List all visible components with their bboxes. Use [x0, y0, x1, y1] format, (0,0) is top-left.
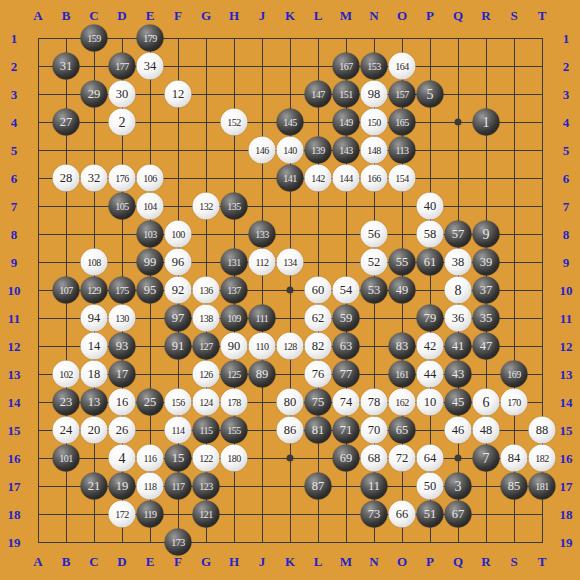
- stone-black-M2: 167: [333, 53, 360, 80]
- stone-black-E9: 99: [137, 249, 164, 276]
- col-label-top-A: A: [33, 9, 42, 22]
- stone-black-H15: 155: [221, 417, 248, 444]
- row-label-left-2: 2: [11, 60, 18, 73]
- stone-black-M16: 69: [333, 445, 360, 472]
- stone-black-G15: 115: [193, 417, 220, 444]
- stone-white-N14: 78: [361, 389, 388, 416]
- stone-black-H10: 137: [221, 277, 248, 304]
- stone-white-P7: 40: [417, 193, 444, 220]
- stone-white-P17: 50: [417, 473, 444, 500]
- stone-black-B10: 107: [53, 277, 80, 304]
- stone-white-B6: 28: [53, 165, 80, 192]
- stone-white-E17: 118: [137, 473, 164, 500]
- stone-black-R8: 9: [473, 221, 500, 248]
- stone-white-S16: 84: [501, 445, 528, 472]
- col-label-bottom-C: C: [89, 555, 98, 568]
- col-label-top-S: S: [510, 9, 517, 22]
- stone-black-N2: 153: [361, 53, 388, 80]
- stone-black-O9: 55: [389, 249, 416, 276]
- stone-white-E6: 106: [137, 165, 164, 192]
- col-label-top-D: D: [117, 9, 126, 22]
- stone-white-N15: 70: [361, 417, 388, 444]
- col-label-bottom-Q: Q: [453, 555, 463, 568]
- row-label-right-15: 15: [560, 424, 573, 437]
- stone-black-H13: 125: [221, 361, 248, 388]
- stone-white-L13: 76: [305, 361, 332, 388]
- stone-white-T15: 88: [529, 417, 556, 444]
- stone-black-F17: 117: [165, 473, 192, 500]
- col-label-top-Q: Q: [453, 9, 463, 22]
- row-label-left-18: 18: [8, 508, 21, 521]
- stone-black-C10: 129: [81, 277, 108, 304]
- stone-white-R15: 48: [473, 417, 500, 444]
- col-label-top-B: B: [62, 9, 71, 22]
- stone-black-B2: 31: [53, 53, 80, 80]
- stone-white-O16: 72: [389, 445, 416, 472]
- stone-white-D18: 172: [109, 501, 136, 528]
- stone-black-O13: 161: [389, 361, 416, 388]
- stone-black-S17: 85: [501, 473, 528, 500]
- stone-black-D2: 177: [109, 53, 136, 80]
- stone-white-C11: 94: [81, 305, 108, 332]
- col-label-bottom-H: H: [229, 555, 239, 568]
- col-label-bottom-K: K: [285, 555, 295, 568]
- stone-black-P3: 5: [417, 81, 444, 108]
- stone-black-L5: 139: [305, 137, 332, 164]
- row-label-right-18: 18: [560, 508, 573, 521]
- stone-black-G17: 123: [193, 473, 220, 500]
- col-label-top-R: R: [481, 9, 490, 22]
- stone-black-H9: 131: [221, 249, 248, 276]
- col-label-top-M: M: [340, 9, 352, 22]
- row-label-right-8: 8: [563, 228, 570, 241]
- stone-black-B4: 27: [53, 109, 80, 136]
- stone-black-B14: 23: [53, 389, 80, 416]
- row-label-left-3: 3: [11, 88, 18, 101]
- stone-black-D10: 175: [109, 277, 136, 304]
- row-label-right-10: 10: [560, 284, 573, 297]
- col-label-bottom-A: A: [33, 555, 42, 568]
- row-label-right-3: 3: [563, 88, 570, 101]
- star-point-Q16: [455, 455, 462, 462]
- col-label-top-H: H: [229, 9, 239, 22]
- stone-white-N9: 52: [361, 249, 388, 276]
- col-label-top-J: J: [259, 9, 266, 22]
- star-point-Q4: [455, 119, 462, 126]
- stone-white-N4: 150: [361, 109, 388, 136]
- row-label-left-4: 4: [11, 116, 18, 129]
- stone-white-O14: 162: [389, 389, 416, 416]
- stone-black-M4: 149: [333, 109, 360, 136]
- stone-black-N10: 53: [361, 277, 388, 304]
- col-label-bottom-L: L: [314, 555, 323, 568]
- stone-white-G11: 138: [193, 305, 220, 332]
- stone-white-D6: 176: [109, 165, 136, 192]
- row-label-left-13: 13: [8, 368, 21, 381]
- stone-white-P16: 64: [417, 445, 444, 472]
- row-label-left-8: 8: [11, 228, 18, 241]
- stone-black-L17: 87: [305, 473, 332, 500]
- stone-white-R14: 6: [473, 389, 500, 416]
- stone-white-L6: 142: [305, 165, 332, 192]
- col-label-bottom-N: N: [369, 555, 378, 568]
- stone-white-Q11: 36: [445, 305, 472, 332]
- stone-black-N17: 11: [361, 473, 388, 500]
- stone-white-D4: 2: [109, 109, 136, 136]
- stone-white-C9: 108: [81, 249, 108, 276]
- stone-white-H16: 180: [221, 445, 248, 472]
- stone-white-K5: 140: [277, 137, 304, 164]
- row-label-left-17: 17: [8, 480, 21, 493]
- stone-black-D17: 19: [109, 473, 136, 500]
- col-label-top-P: P: [426, 9, 434, 22]
- stone-black-F11: 97: [165, 305, 192, 332]
- stone-white-F9: 96: [165, 249, 192, 276]
- stone-white-B15: 24: [53, 417, 80, 444]
- stone-black-R4: 1: [473, 109, 500, 136]
- stone-white-F15: 114: [165, 417, 192, 444]
- stone-black-R12: 47: [473, 333, 500, 360]
- stone-white-N5: 148: [361, 137, 388, 164]
- row-label-right-12: 12: [560, 340, 573, 353]
- col-label-top-K: K: [285, 9, 295, 22]
- col-label-top-O: O: [397, 9, 407, 22]
- stone-white-Q15: 46: [445, 417, 472, 444]
- stone-black-G12: 127: [193, 333, 220, 360]
- stone-black-Q18: 67: [445, 501, 472, 528]
- col-label-top-L: L: [314, 9, 323, 22]
- col-label-top-T: T: [538, 9, 547, 22]
- row-label-right-6: 6: [563, 172, 570, 185]
- stone-black-O4: 165: [389, 109, 416, 136]
- stone-black-F16: 15: [165, 445, 192, 472]
- row-label-right-7: 7: [563, 200, 570, 213]
- col-label-bottom-P: P: [426, 555, 434, 568]
- col-label-bottom-M: M: [340, 555, 352, 568]
- stone-black-M15: 71: [333, 417, 360, 444]
- stone-white-O2: 164: [389, 53, 416, 80]
- stone-white-P12: 42: [417, 333, 444, 360]
- stone-white-F10: 92: [165, 277, 192, 304]
- stone-black-R9: 39: [473, 249, 500, 276]
- stone-black-E8: 103: [137, 221, 164, 248]
- stone-white-N8: 56: [361, 221, 388, 248]
- stone-white-G14: 124: [193, 389, 220, 416]
- stone-black-E1: 179: [137, 25, 164, 52]
- stone-white-S14: 170: [501, 389, 528, 416]
- stone-black-F19: 173: [165, 529, 192, 556]
- row-label-right-1: 1: [563, 32, 570, 45]
- stone-white-P8: 58: [417, 221, 444, 248]
- stone-black-B16: 101: [53, 445, 80, 472]
- row-label-left-6: 6: [11, 172, 18, 185]
- row-label-left-7: 7: [11, 200, 18, 213]
- stone-black-C14: 13: [81, 389, 108, 416]
- row-label-left-1: 1: [11, 32, 18, 45]
- col-label-bottom-D: D: [117, 555, 126, 568]
- stone-black-O3: 157: [389, 81, 416, 108]
- stone-white-C15: 20: [81, 417, 108, 444]
- stone-white-B13: 102: [53, 361, 80, 388]
- stone-white-E7: 104: [137, 193, 164, 220]
- col-label-bottom-F: F: [174, 555, 182, 568]
- stone-black-O5: 113: [389, 137, 416, 164]
- stone-black-C17: 21: [81, 473, 108, 500]
- row-label-left-16: 16: [8, 452, 21, 465]
- stone-black-M13: 77: [333, 361, 360, 388]
- stone-black-D7: 105: [109, 193, 136, 220]
- stone-black-G18: 121: [193, 501, 220, 528]
- col-label-top-F: F: [174, 9, 182, 22]
- stone-black-M5: 143: [333, 137, 360, 164]
- stone-white-J9: 112: [249, 249, 276, 276]
- row-label-right-14: 14: [560, 396, 573, 409]
- row-label-right-17: 17: [560, 480, 573, 493]
- stone-white-G16: 122: [193, 445, 220, 472]
- stone-white-L12: 82: [305, 333, 332, 360]
- stone-black-K4: 145: [277, 109, 304, 136]
- row-label-right-13: 13: [560, 368, 573, 381]
- row-label-left-5: 5: [11, 144, 18, 157]
- stone-black-E18: 119: [137, 501, 164, 528]
- stone-white-Q10: 8: [445, 277, 472, 304]
- stone-white-K15: 86: [277, 417, 304, 444]
- stone-black-L14: 75: [305, 389, 332, 416]
- col-label-bottom-S: S: [510, 555, 517, 568]
- stone-white-G13: 126: [193, 361, 220, 388]
- stone-white-M10: 54: [333, 277, 360, 304]
- stone-white-H4: 152: [221, 109, 248, 136]
- col-label-bottom-R: R: [481, 555, 490, 568]
- stone-white-O6: 154: [389, 165, 416, 192]
- stone-black-O12: 83: [389, 333, 416, 360]
- stone-black-J13: 89: [249, 361, 276, 388]
- col-label-bottom-T: T: [538, 555, 547, 568]
- row-label-right-4: 4: [563, 116, 570, 129]
- stone-white-M6: 144: [333, 165, 360, 192]
- stone-black-C1: 159: [81, 25, 108, 52]
- stone-white-C13: 18: [81, 361, 108, 388]
- col-label-top-C: C: [89, 9, 98, 22]
- stone-white-D11: 130: [109, 305, 136, 332]
- stone-black-M3: 151: [333, 81, 360, 108]
- stone-white-M14: 74: [333, 389, 360, 416]
- stone-white-P14: 10: [417, 389, 444, 416]
- stone-white-Q9: 38: [445, 249, 472, 276]
- stone-white-J5: 146: [249, 137, 276, 164]
- row-label-left-10: 10: [8, 284, 21, 297]
- stone-white-O18: 66: [389, 501, 416, 528]
- stone-white-E2: 34: [137, 53, 164, 80]
- stone-black-O10: 49: [389, 277, 416, 304]
- stone-white-G10: 136: [193, 277, 220, 304]
- stone-black-Q14: 45: [445, 389, 472, 416]
- stone-black-S13: 169: [501, 361, 528, 388]
- stone-black-Q13: 43: [445, 361, 472, 388]
- col-label-bottom-B: B: [62, 555, 71, 568]
- stone-black-N18: 73: [361, 501, 388, 528]
- row-label-left-11: 11: [8, 312, 20, 325]
- stone-white-N3: 98: [361, 81, 388, 108]
- stone-black-P11: 79: [417, 305, 444, 332]
- stone-black-Q12: 41: [445, 333, 472, 360]
- stone-black-E10: 95: [137, 277, 164, 304]
- stone-black-F12: 91: [165, 333, 192, 360]
- stone-black-P18: 51: [417, 501, 444, 528]
- stone-black-R16: 7: [473, 445, 500, 472]
- col-label-top-G: G: [201, 9, 211, 22]
- stone-white-D14: 16: [109, 389, 136, 416]
- stone-white-J12: 110: [249, 333, 276, 360]
- stone-black-K6: 141: [277, 165, 304, 192]
- stone-black-C3: 29: [81, 81, 108, 108]
- stone-white-D16: 4: [109, 445, 136, 472]
- stone-white-F3: 12: [165, 81, 192, 108]
- stone-white-C12: 14: [81, 333, 108, 360]
- row-label-left-15: 15: [8, 424, 21, 437]
- stone-white-L11: 62: [305, 305, 332, 332]
- row-label-right-9: 9: [563, 256, 570, 269]
- stone-white-C6: 32: [81, 165, 108, 192]
- stone-white-P13: 44: [417, 361, 444, 388]
- col-label-top-N: N: [369, 9, 378, 22]
- stone-white-K12: 128: [277, 333, 304, 360]
- stone-white-L10: 60: [305, 277, 332, 304]
- stone-white-F14: 156: [165, 389, 192, 416]
- col-label-bottom-E: E: [146, 555, 155, 568]
- stone-black-Q17: 3: [445, 473, 472, 500]
- stone-black-D13: 17: [109, 361, 136, 388]
- row-label-right-5: 5: [563, 144, 570, 157]
- stone-black-J8: 133: [249, 221, 276, 248]
- stone-black-H7: 135: [221, 193, 248, 220]
- star-point-K16: [287, 455, 294, 462]
- star-point-K10: [287, 287, 294, 294]
- stone-white-H12: 90: [221, 333, 248, 360]
- stone-black-L3: 147: [305, 81, 332, 108]
- row-label-right-19: 19: [560, 536, 573, 549]
- stone-black-Q8: 57: [445, 221, 472, 248]
- row-label-right-11: 11: [560, 312, 572, 325]
- row-label-left-9: 9: [11, 256, 18, 269]
- stone-white-D15: 26: [109, 417, 136, 444]
- row-label-right-16: 16: [560, 452, 573, 465]
- stone-black-J11: 111: [249, 305, 276, 332]
- stone-white-K14: 80: [277, 389, 304, 416]
- stone-white-N6: 166: [361, 165, 388, 192]
- row-label-left-12: 12: [8, 340, 21, 353]
- col-label-bottom-G: G: [201, 555, 211, 568]
- stone-black-L15: 81: [305, 417, 332, 444]
- col-label-bottom-O: O: [397, 555, 407, 568]
- row-label-right-2: 2: [563, 60, 570, 73]
- stone-white-G7: 132: [193, 193, 220, 220]
- col-label-top-E: E: [146, 9, 155, 22]
- go-board: AABBCCDDEEFFGGHHJJKKLLMMNNOOPPQQRRSSTT11…: [0, 0, 580, 580]
- stone-black-M11: 59: [333, 305, 360, 332]
- stone-black-T17: 181: [529, 473, 556, 500]
- stone-white-D3: 30: [109, 81, 136, 108]
- col-label-bottom-J: J: [259, 555, 266, 568]
- stone-black-E14: 25: [137, 389, 164, 416]
- stone-black-O15: 65: [389, 417, 416, 444]
- stone-black-H11: 109: [221, 305, 248, 332]
- stone-white-N16: 68: [361, 445, 388, 472]
- stone-white-K9: 134: [277, 249, 304, 276]
- stone-black-P9: 61: [417, 249, 444, 276]
- stone-black-R10: 37: [473, 277, 500, 304]
- row-label-left-14: 14: [8, 396, 21, 409]
- row-label-left-19: 19: [8, 536, 21, 549]
- stone-black-R11: 35: [473, 305, 500, 332]
- stone-white-E16: 116: [137, 445, 164, 472]
- stone-white-H14: 178: [221, 389, 248, 416]
- stone-white-T16: 182: [529, 445, 556, 472]
- stone-black-D12: 93: [109, 333, 136, 360]
- stone-white-F8: 100: [165, 221, 192, 248]
- stone-black-M12: 63: [333, 333, 360, 360]
